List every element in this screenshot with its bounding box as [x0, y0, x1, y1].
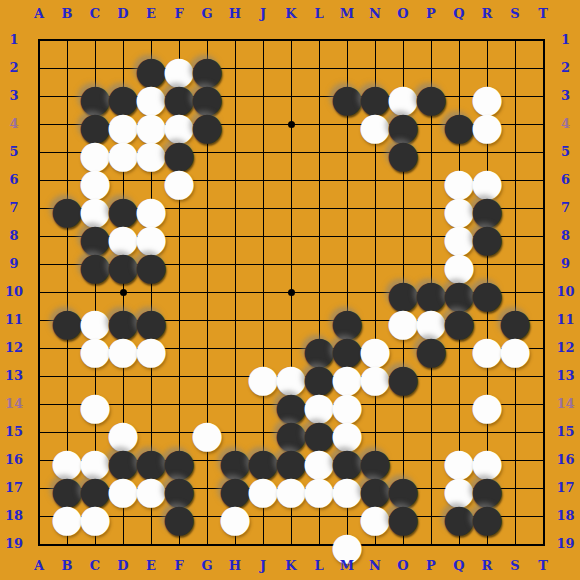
- column-label-bottom-m: M: [333, 559, 361, 573]
- column-label-top-h: H: [221, 7, 249, 21]
- row-label-left-6: 6: [1, 173, 27, 187]
- column-label-bottom-q: Q: [445, 559, 473, 573]
- white-stone-h18[interactable]: ●: [221, 504, 249, 532]
- column-label-bottom-f: F: [165, 559, 193, 573]
- white-stone-c18[interactable]: ●: [81, 504, 109, 532]
- row-label-right-19: 19: [552, 537, 579, 551]
- white-stone-g15[interactable]: ●: [193, 420, 221, 448]
- white-stone-d17[interactable]: ●: [109, 476, 137, 504]
- white-stone-d12[interactable]: ●: [109, 336, 137, 364]
- black-stone-o13[interactable]: ●: [389, 364, 417, 392]
- white-stone-l17[interactable]: ●: [305, 476, 333, 504]
- black-stone-o5[interactable]: ●: [389, 140, 417, 168]
- black-stone-f18[interactable]: ●: [165, 504, 193, 532]
- white-stone-f6[interactable]: ●: [165, 168, 193, 196]
- row-label-right-9: 9: [552, 257, 579, 271]
- row-label-left-2: 2: [1, 61, 27, 75]
- white-stone-r4[interactable]: ●: [473, 112, 501, 140]
- column-label-top-e: E: [137, 7, 165, 21]
- black-stone-b11[interactable]: ●: [53, 308, 81, 336]
- column-label-bottom-s: S: [501, 559, 529, 573]
- column-label-bottom-p: P: [417, 559, 445, 573]
- row-label-left-11: 11: [1, 313, 27, 327]
- column-label-bottom-o: O: [389, 559, 417, 573]
- column-label-top-j: J: [249, 7, 277, 21]
- white-stone-r12[interactable]: ●: [473, 336, 501, 364]
- row-label-right-2: 2: [552, 61, 579, 75]
- white-stone-m19[interactable]: ●: [333, 532, 361, 560]
- white-stone-n4[interactable]: ●: [361, 112, 389, 140]
- row-label-left-17: 17: [1, 481, 27, 495]
- black-stone-p3[interactable]: ●: [417, 84, 445, 112]
- black-stone-d9[interactable]: ●: [109, 252, 137, 280]
- column-label-bottom-g: G: [193, 559, 221, 573]
- row-label-left-12: 12: [1, 341, 27, 355]
- white-stone-e5[interactable]: ●: [137, 140, 165, 168]
- column-label-top-m: M: [333, 7, 361, 21]
- black-stone-o18[interactable]: ●: [389, 504, 417, 532]
- row-label-right-14: 14: [552, 397, 579, 411]
- go-board: ●●●●●●●●●●●●●●●●●●●●●●●●●●●●●●●●●●●●●●●●…: [0, 0, 580, 580]
- row-label-left-10: 10: [1, 285, 27, 299]
- black-stone-r10[interactable]: ●: [473, 280, 501, 308]
- row-label-right-15: 15: [552, 425, 579, 439]
- column-label-bottom-l: L: [305, 559, 333, 573]
- column-label-top-f: F: [165, 7, 193, 21]
- row-label-right-6: 6: [552, 173, 579, 187]
- row-label-left-9: 9: [1, 257, 27, 271]
- row-label-right-4: 4: [552, 117, 579, 131]
- black-stone-q11[interactable]: ●: [445, 308, 473, 336]
- column-label-top-a: A: [25, 7, 53, 21]
- white-stone-e17[interactable]: ●: [137, 476, 165, 504]
- column-label-top-t: T: [529, 7, 557, 21]
- column-label-top-c: C: [81, 7, 109, 21]
- column-label-bottom-a: A: [25, 559, 53, 573]
- white-stone-b18[interactable]: ●: [53, 504, 81, 532]
- column-label-top-g: G: [193, 7, 221, 21]
- white-stone-n18[interactable]: ●: [361, 504, 389, 532]
- black-stone-c9[interactable]: ●: [81, 252, 109, 280]
- column-label-bottom-b: B: [53, 559, 81, 573]
- black-stone-r18[interactable]: ●: [473, 504, 501, 532]
- column-label-bottom-h: H: [221, 559, 249, 573]
- row-label-right-17: 17: [552, 481, 579, 495]
- white-stone-s12[interactable]: ●: [501, 336, 529, 364]
- white-stone-k17[interactable]: ●: [277, 476, 305, 504]
- black-stone-g4[interactable]: ●: [193, 112, 221, 140]
- black-stone-m3[interactable]: ●: [333, 84, 361, 112]
- row-label-left-15: 15: [1, 425, 27, 439]
- white-stone-j17[interactable]: ●: [249, 476, 277, 504]
- black-stone-p12[interactable]: ●: [417, 336, 445, 364]
- column-label-top-d: D: [109, 7, 137, 21]
- white-stone-r14[interactable]: ●: [473, 392, 501, 420]
- row-label-left-14: 14: [1, 397, 27, 411]
- column-label-bottom-r: R: [473, 559, 501, 573]
- row-label-left-13: 13: [1, 369, 27, 383]
- column-label-top-k: K: [277, 7, 305, 21]
- column-label-bottom-t: T: [529, 559, 557, 573]
- row-label-right-11: 11: [552, 313, 579, 327]
- column-label-bottom-k: K: [277, 559, 305, 573]
- row-label-right-3: 3: [552, 89, 579, 103]
- column-label-top-p: P: [417, 7, 445, 21]
- black-stone-r8[interactable]: ●: [473, 224, 501, 252]
- row-label-left-3: 3: [1, 89, 27, 103]
- row-label-left-1: 1: [1, 33, 27, 47]
- white-stone-n13[interactable]: ●: [361, 364, 389, 392]
- row-label-left-16: 16: [1, 453, 27, 467]
- white-stone-d5[interactable]: ●: [109, 140, 137, 168]
- row-label-left-8: 8: [1, 229, 27, 243]
- black-stone-q4[interactable]: ●: [445, 112, 473, 140]
- row-label-left-7: 7: [1, 201, 27, 215]
- white-stone-o11[interactable]: ●: [389, 308, 417, 336]
- row-label-right-16: 16: [552, 453, 579, 467]
- black-stone-b7[interactable]: ●: [53, 196, 81, 224]
- column-label-bottom-d: D: [109, 559, 137, 573]
- column-label-top-b: B: [53, 7, 81, 21]
- row-label-right-18: 18: [552, 509, 579, 523]
- column-label-bottom-c: C: [81, 559, 109, 573]
- column-label-top-n: N: [361, 7, 389, 21]
- row-label-left-19: 19: [1, 537, 27, 551]
- white-stone-e12[interactable]: ●: [137, 336, 165, 364]
- column-label-top-s: S: [501, 7, 529, 21]
- white-stone-m17[interactable]: ●: [333, 476, 361, 504]
- column-label-top-r: R: [473, 7, 501, 21]
- row-label-right-13: 13: [552, 369, 579, 383]
- column-label-top-o: O: [389, 7, 417, 21]
- black-stone-e9[interactable]: ●: [137, 252, 165, 280]
- row-label-right-7: 7: [552, 201, 579, 215]
- row-label-right-1: 1: [552, 33, 579, 47]
- board-intersections[interactable]: ●●●●●●●●●●●●●●●●●●●●●●●●●●●●●●●●●●●●●●●●…: [25, 26, 557, 558]
- column-label-top-q: Q: [445, 7, 473, 21]
- column-label-bottom-e: E: [137, 559, 165, 573]
- white-stone-c12[interactable]: ●: [81, 336, 109, 364]
- row-label-right-5: 5: [552, 145, 579, 159]
- row-label-left-5: 5: [1, 145, 27, 159]
- row-label-right-12: 12: [552, 341, 579, 355]
- white-stone-j13[interactable]: ●: [249, 364, 277, 392]
- white-stone-c14[interactable]: ●: [81, 392, 109, 420]
- black-stone-q18[interactable]: ●: [445, 504, 473, 532]
- column-label-top-l: L: [305, 7, 333, 21]
- column-label-bottom-n: N: [361, 559, 389, 573]
- row-label-left-18: 18: [1, 509, 27, 523]
- row-label-left-4: 4: [1, 117, 27, 131]
- row-label-right-10: 10: [552, 285, 579, 299]
- column-label-bottom-j: J: [249, 559, 277, 573]
- row-label-right-8: 8: [552, 229, 579, 243]
